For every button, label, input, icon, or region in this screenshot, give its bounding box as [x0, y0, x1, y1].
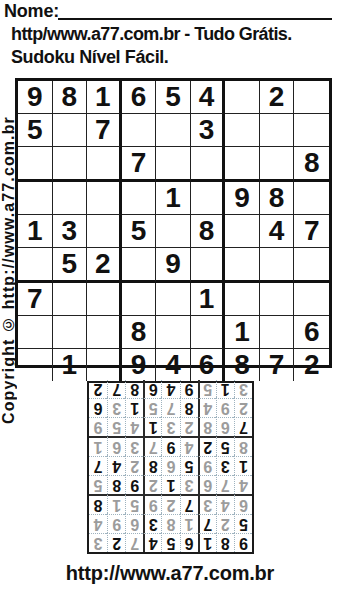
puzzle-cell — [191, 182, 226, 215]
puzzle-cell — [225, 81, 260, 114]
puzzle-cell: 5 — [53, 248, 88, 283]
puzzle-cell — [191, 147, 226, 182]
solution-cell: 8 — [180, 398, 198, 417]
puzzle-cell — [18, 248, 53, 283]
puzzle-cell — [260, 248, 295, 283]
puzzle-cell: 7 — [18, 283, 53, 316]
solution-cell: 4 — [234, 475, 252, 494]
puzzle-cell — [156, 215, 191, 248]
puzzle-cell: 5 — [156, 81, 191, 114]
solution-cell: 6 — [107, 436, 125, 456]
puzzle-cell: 9 — [225, 182, 260, 215]
solution-cell: 5 — [198, 380, 216, 398]
puzzle-cell: 9 — [122, 349, 157, 381]
puzzle-cell: 9 — [18, 81, 53, 114]
sudoku-puzzle-grid: 981654257378198135847529718161946872 — [15, 78, 332, 368]
solution-cell: 7 — [198, 514, 216, 533]
solution-cell: 1 — [125, 398, 143, 417]
solution-cell: 8 — [198, 417, 216, 436]
puzzle-cell — [294, 114, 329, 147]
solution-cell: 6 — [161, 456, 179, 475]
puzzle-cell — [225, 248, 260, 283]
solution-cell: 6 — [198, 475, 216, 494]
puzzle-cell — [191, 248, 226, 283]
puzzle-cell: 8 — [260, 182, 295, 215]
puzzle-cell — [156, 283, 191, 316]
puzzle-cell — [122, 114, 157, 147]
puzzle-cell — [225, 147, 260, 182]
solution-cell: 2 — [125, 456, 143, 475]
puzzle-cell — [156, 114, 191, 147]
puzzle-cell — [225, 283, 260, 316]
puzzle-cell — [260, 114, 295, 147]
solution-cell: 9 — [89, 417, 107, 436]
solution-cell: 6 — [234, 494, 252, 514]
solution-cell: 9 — [216, 398, 234, 417]
solution-cell: 8 — [143, 456, 161, 475]
solution-cell: 1 — [180, 514, 198, 533]
solution-cell: 4 — [143, 533, 161, 552]
puzzle-cell — [18, 182, 53, 215]
puzzle-cell: 7 — [294, 215, 329, 248]
puzzle-cell — [53, 283, 88, 316]
solution-cell: 7 — [161, 398, 179, 417]
solution-cell: 4 — [180, 436, 198, 456]
solution-cell: 5 — [143, 398, 161, 417]
solution-cell: 2 — [234, 398, 252, 417]
solution-cell: 2 — [216, 514, 234, 533]
puzzle-cell — [294, 182, 329, 215]
solution-cell: 3 — [89, 533, 107, 552]
solution-cell: 3 — [198, 494, 216, 514]
puzzle-cell: 1 — [87, 81, 122, 114]
solution-cell: 7 — [234, 417, 252, 436]
solution-cell: 3 — [216, 456, 234, 475]
puzzle-cell — [225, 215, 260, 248]
puzzle-cell — [156, 147, 191, 182]
puzzle-cell — [18, 349, 53, 381]
solution-cell: 4 — [125, 417, 143, 436]
puzzle-cell: 2 — [260, 81, 295, 114]
solution-cell: 8 — [234, 436, 252, 456]
puzzle-cell: 1 — [156, 182, 191, 215]
solution-cell: 5 — [216, 436, 234, 456]
puzzle-cell — [156, 316, 191, 349]
solution-cell: 2 — [143, 475, 161, 494]
puzzle-cell: 5 — [18, 114, 53, 147]
solution-cell: 2 — [107, 533, 125, 552]
puzzle-cell: 6 — [122, 81, 157, 114]
puzzle-cell — [122, 182, 157, 215]
solution-cell: 1 — [198, 533, 216, 552]
name-label: Nome: — [4, 1, 59, 22]
solution-cell: 6 — [143, 380, 161, 398]
puzzle-cell — [191, 316, 226, 349]
puzzle-cell — [260, 147, 295, 182]
puzzle-cell — [260, 283, 295, 316]
puzzle-cell: 8 — [225, 349, 260, 381]
solution-cell: 7 — [107, 380, 125, 398]
solution-cell: 1 — [89, 436, 107, 456]
puzzle-cell — [122, 248, 157, 283]
puzzle-cell: 4 — [260, 215, 295, 248]
solution-cell: 1 — [143, 417, 161, 436]
puzzle-cell: 7 — [87, 114, 122, 147]
puzzle-cell: 1 — [191, 283, 226, 316]
solution-cell: 6 — [89, 398, 107, 417]
solution-cell: 4 — [198, 398, 216, 417]
solution-cell: 7 — [180, 494, 198, 514]
solution-cell: 7 — [89, 456, 107, 475]
solution-cell: 9 — [180, 380, 198, 398]
solution-cell: 9 — [143, 494, 161, 514]
solution-cell: 3 — [180, 475, 198, 494]
puzzle-cell: 5 — [122, 215, 157, 248]
puzzle-cell: 9 — [156, 248, 191, 283]
puzzle-cell — [294, 81, 329, 114]
puzzle-level-title: Sudoku Nível Fácil. — [11, 47, 168, 68]
solution-cell: 6 — [180, 533, 198, 552]
solution-cell: 3 — [107, 398, 125, 417]
solution-cell: 1 — [107, 494, 125, 514]
puzzle-cell: 8 — [122, 316, 157, 349]
solution-cell: 9 — [198, 456, 216, 475]
solution-cell: 6 — [125, 514, 143, 533]
solution-cell: 3 — [161, 417, 179, 436]
solution-cell: 2 — [161, 494, 179, 514]
solution-cell: 8 — [216, 533, 234, 552]
puzzle-cell — [53, 147, 88, 182]
puzzle-cell: 8 — [191, 215, 226, 248]
solution-cell: 5 — [180, 456, 198, 475]
puzzle-cell — [260, 316, 295, 349]
solution-cell: 4 — [161, 380, 179, 398]
solution-cell: 4 — [89, 514, 107, 533]
solution-cell: 7 — [216, 475, 234, 494]
solution-cell: 4 — [107, 456, 125, 475]
site-title: http/www.a77.com.br - Tudo Grátis. — [11, 24, 292, 45]
puzzle-cell — [87, 316, 122, 349]
sudoku-solution-grid-rotated: 9816547235271836946437295184763129851395… — [87, 381, 254, 554]
puzzle-cell: 3 — [53, 215, 88, 248]
puzzle-cell: 6 — [191, 349, 226, 381]
solution-cell: 9 — [107, 514, 125, 533]
puzzle-cell — [87, 215, 122, 248]
solution-cell: 2 — [89, 380, 107, 398]
puzzle-cell — [87, 147, 122, 182]
sudoku-worksheet-page: Nome: http/www.a77.com.br - Tudo Grátis.… — [0, 0, 340, 596]
puzzle-cell — [87, 349, 122, 381]
name-fill-line — [58, 18, 332, 20]
solution-cell: 5 — [234, 514, 252, 533]
solution-cell: 1 — [216, 380, 234, 398]
solution-cell: 4 — [216, 494, 234, 514]
puzzle-cell: 2 — [294, 349, 329, 381]
puzzle-cell — [294, 283, 329, 316]
solution-cell: 7 — [143, 436, 161, 456]
puzzle-cell: 6 — [294, 316, 329, 349]
puzzle-cell — [53, 182, 88, 215]
solution-cell: 3 — [143, 514, 161, 533]
solution-cell: 3 — [234, 380, 252, 398]
puzzle-cell — [18, 147, 53, 182]
solution-cell: 8 — [125, 380, 143, 398]
puzzle-cell — [294, 248, 329, 283]
puzzle-cell: 4 — [191, 81, 226, 114]
puzzle-cell: 8 — [53, 81, 88, 114]
solution-cell: 5 — [125, 494, 143, 514]
footer-url: http://www.a77.com.br — [0, 562, 340, 585]
puzzle-cell — [225, 114, 260, 147]
solution-cell: 3 — [125, 436, 143, 456]
solution-cell: 9 — [125, 475, 143, 494]
puzzle-cell: 4 — [156, 349, 191, 381]
solution-cell: 2 — [198, 436, 216, 456]
puzzle-cell: 7 — [260, 349, 295, 381]
solution-cell: 6 — [216, 417, 234, 436]
puzzle-cell: 7 — [122, 147, 157, 182]
solution-cell: 1 — [161, 475, 179, 494]
puzzle-cell — [87, 283, 122, 316]
puzzle-cell: 8 — [294, 147, 329, 182]
puzzle-cell: 1 — [53, 349, 88, 381]
puzzle-cell — [53, 316, 88, 349]
solution-cell: 8 — [161, 514, 179, 533]
puzzle-cell: 3 — [191, 114, 226, 147]
puzzle-cell: 1 — [18, 215, 53, 248]
puzzle-cell — [18, 316, 53, 349]
solution-cell: 7 — [125, 533, 143, 552]
solution-cell: 1 — [234, 456, 252, 475]
puzzle-cell — [87, 182, 122, 215]
solution-cell: 8 — [107, 475, 125, 494]
solution-cell: 5 — [107, 417, 125, 436]
puzzle-cell — [53, 114, 88, 147]
puzzle-cell: 1 — [225, 316, 260, 349]
solution-cell: 9 — [161, 436, 179, 456]
solution-cell: 5 — [89, 475, 107, 494]
solution-cell: 8 — [89, 494, 107, 514]
solution-cell: 9 — [234, 533, 252, 552]
solution-cell: 2 — [180, 417, 198, 436]
puzzle-cell: 2 — [87, 248, 122, 283]
solution-cell: 5 — [161, 533, 179, 552]
puzzle-cell — [122, 283, 157, 316]
